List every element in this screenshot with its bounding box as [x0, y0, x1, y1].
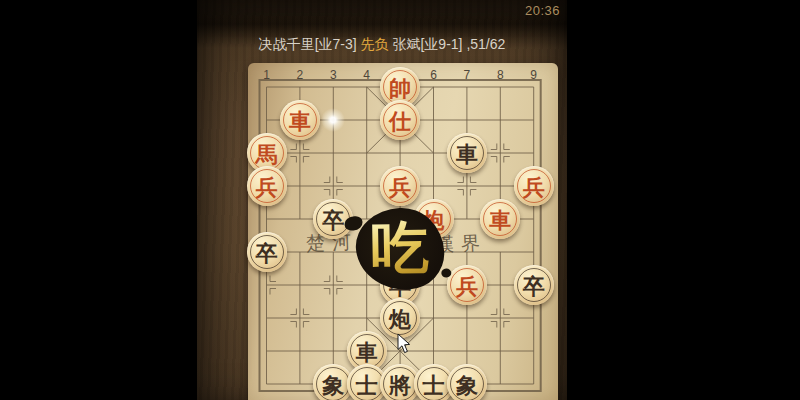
piece-glyph: 士: [356, 374, 378, 396]
column-label-2: 2: [292, 68, 308, 82]
letterbox-right: [567, 0, 800, 400]
column-label-9: 9: [526, 68, 542, 82]
piece-glyph: 兵: [523, 176, 545, 198]
piece-glyph: 卒: [523, 275, 545, 297]
letterbox-left: [0, 0, 197, 400]
piece-black-chariot[interactable]: 車: [447, 133, 487, 173]
piece-glyph: 士: [423, 374, 445, 396]
piece-red-soldier[interactable]: 兵: [447, 265, 487, 305]
match-title-players-left: 决战千里[业7-3]: [259, 36, 361, 52]
piece-glyph: 兵: [389, 176, 411, 198]
piece-glyph: 仕: [389, 110, 411, 132]
piece-glyph: 象: [322, 374, 344, 396]
column-label-1: 1: [259, 68, 275, 82]
piece-glyph: 卒: [256, 242, 278, 264]
column-label-7: 7: [459, 68, 475, 82]
column-label-6: 6: [426, 68, 442, 82]
piece-red-chariot[interactable]: 車: [280, 100, 320, 140]
piece-glyph: 車: [456, 143, 478, 165]
piece-black-soldier[interactable]: 卒: [514, 265, 554, 305]
piece-glyph: 馬: [256, 143, 278, 165]
piece-glyph: 炮: [389, 308, 411, 330]
capture-text: 吃: [370, 209, 429, 288]
column-label-4: 4: [359, 68, 375, 82]
clock-time: 20:36: [525, 3, 560, 18]
mouse-cursor-icon: [397, 334, 412, 355]
piece-black-soldier[interactable]: 卒: [247, 232, 287, 272]
piece-glyph: 車: [489, 209, 511, 231]
match-title: 决战千里[业7-3] 先负 张斌[业9-1] ,51/62: [197, 36, 567, 54]
piece-glyph: 將: [389, 374, 411, 396]
column-label-8: 8: [492, 68, 508, 82]
piece-glyph: 兵: [456, 275, 478, 297]
piece-glyph: 卒: [322, 209, 344, 231]
piece-red-soldier[interactable]: 兵: [514, 166, 554, 206]
piece-red-advisor[interactable]: 仕: [380, 100, 420, 140]
piece-black-cannon[interactable]: 炮: [380, 298, 420, 338]
piece-glyph: 兵: [256, 176, 278, 198]
piece-glyph: 車: [289, 110, 311, 132]
piece-glyph: 車: [356, 341, 378, 363]
match-result-badge: 先负: [361, 36, 389, 52]
match-title-players-right: 张斌[业9-1] ,51/62: [389, 36, 506, 52]
piece-glyph: 帥: [389, 77, 411, 99]
piece-red-soldier[interactable]: 兵: [247, 166, 287, 206]
piece-black-elephant[interactable]: 象: [447, 364, 487, 400]
game-screen: 20:36 决战千里[业7-3] 先负 张斌[业9-1] ,51/62 1234…: [0, 0, 800, 400]
column-label-3: 3: [325, 68, 341, 82]
piece-glyph: 象: [456, 374, 478, 396]
piece-red-soldier[interactable]: 兵: [380, 166, 420, 206]
